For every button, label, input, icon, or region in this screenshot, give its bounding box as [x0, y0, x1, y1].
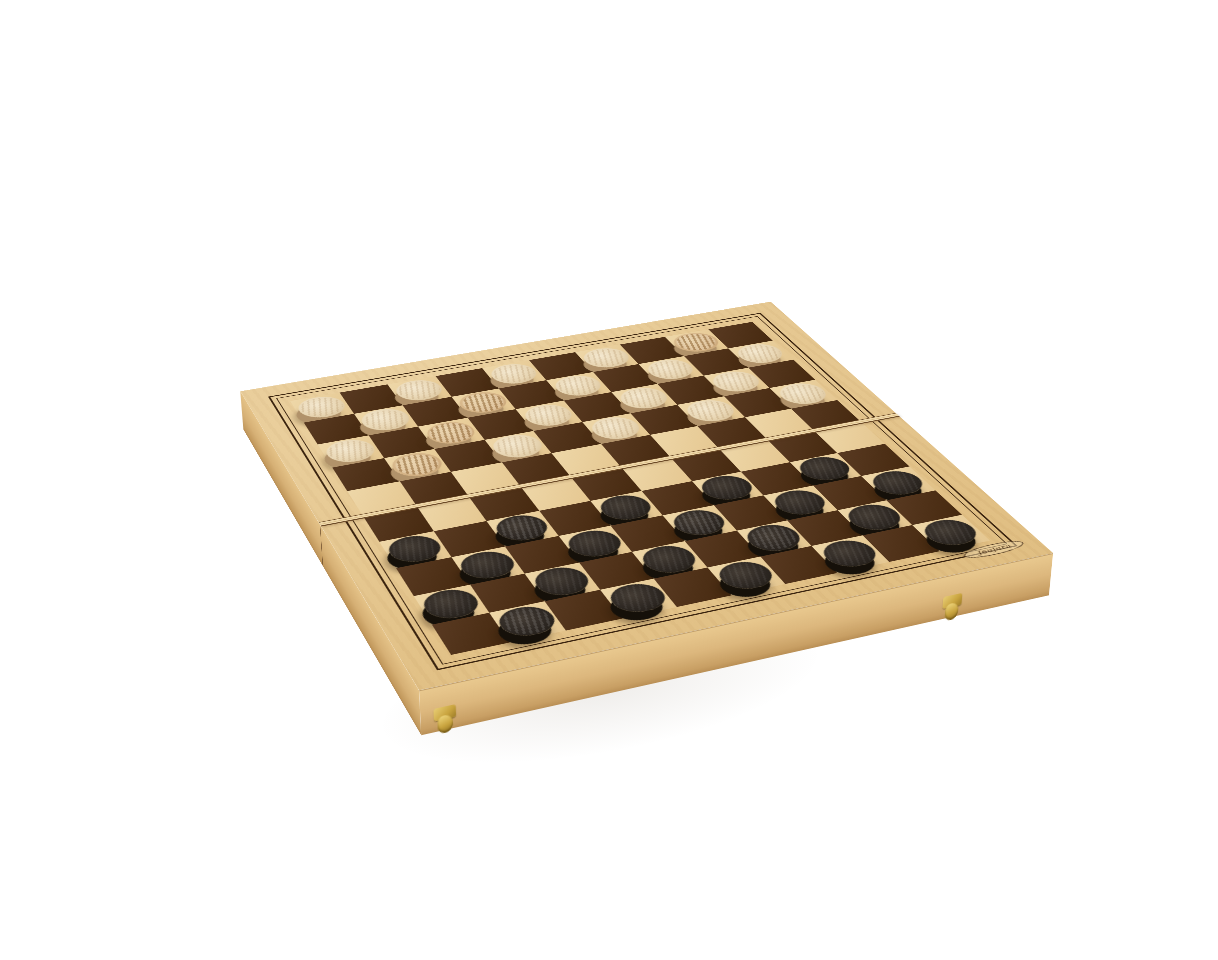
square-r9c5[interactable] — [708, 557, 785, 596]
brass-clasp-left — [430, 703, 460, 748]
square-r8c5[interactable] — [685, 531, 760, 568]
dark-checker[interactable] — [417, 586, 485, 622]
square-r7c1[interactable] — [451, 547, 525, 585]
square-r7c7[interactable] — [764, 486, 838, 521]
dark-checker[interactable] — [562, 527, 628, 560]
square-r5c4[interactable] — [571, 467, 642, 501]
product-photo-stage: Jeujura — [0, 0, 1218, 960]
square-r5c2[interactable] — [469, 486, 539, 521]
dark-checker[interactable] — [636, 542, 704, 576]
dark-checker[interactable] — [841, 501, 909, 533]
dark-checker[interactable] — [490, 512, 555, 544]
dark-checker[interactable] — [454, 548, 520, 582]
square-r9c1[interactable] — [489, 601, 566, 642]
dark-checker[interactable] — [711, 558, 780, 593]
brass-clasp-right — [938, 592, 965, 634]
square-r6c1[interactable] — [433, 521, 505, 558]
square-r7c3[interactable] — [559, 526, 633, 563]
square-r4c2[interactable] — [451, 463, 520, 496]
square-r9c4[interactable] — [654, 568, 731, 607]
square-r6c5[interactable] — [641, 481, 713, 515]
square-r7c4[interactable] — [611, 515, 685, 551]
dark-checker[interactable] — [594, 492, 659, 523]
square-r7c8[interactable] — [813, 476, 887, 510]
brand-label: Jeujura — [975, 543, 1013, 555]
square-r8c6[interactable] — [736, 520, 811, 557]
square-r8c0[interactable] — [414, 585, 489, 625]
square-r9c0[interactable] — [432, 613, 509, 655]
jeujura-stamp: Jeujura — [959, 538, 1028, 561]
dark-checker[interactable] — [528, 564, 596, 599]
dark-checker[interactable] — [603, 580, 672, 616]
dark-checker[interactable] — [492, 603, 561, 640]
square-r7c5[interactable] — [663, 505, 737, 541]
square-r8c7[interactable] — [787, 510, 862, 546]
square-r9c3[interactable] — [600, 579, 677, 619]
square-r6c2[interactable] — [487, 511, 559, 547]
checkers-box-3d: Jeujura — [240, 302, 1053, 691]
square-r7c6[interactable] — [714, 495, 788, 530]
square-r9c6[interactable] — [760, 546, 837, 584]
square-r8c2[interactable] — [525, 562, 600, 601]
square-r6c0[interactable] — [379, 531, 451, 568]
dark-checker[interactable] — [666, 507, 732, 539]
square-r8c9[interactable] — [887, 490, 962, 525]
dark-checker[interactable] — [865, 468, 931, 498]
square-r9c7[interactable] — [812, 536, 889, 573]
square-r5c3[interactable] — [520, 476, 590, 510]
square-r6c3[interactable] — [539, 501, 611, 536]
square-r8c4[interactable] — [632, 541, 707, 579]
square-r7c2[interactable] — [505, 536, 579, 573]
square-r9c9[interactable] — [913, 515, 990, 551]
dark-checker[interactable] — [695, 473, 760, 503]
square-r6c7[interactable] — [741, 462, 813, 495]
square-r5c0[interactable] — [363, 506, 433, 542]
clasp-hook-icon — [438, 714, 454, 735]
dark-checker[interactable] — [815, 537, 884, 571]
dark-checker[interactable] — [767, 487, 833, 518]
square-r6c6[interactable] — [692, 471, 764, 505]
square-r6c4[interactable] — [591, 491, 663, 526]
square-r4c1[interactable] — [400, 472, 469, 506]
square-r8c3[interactable] — [579, 552, 654, 590]
square-r8c1[interactable] — [470, 573, 545, 613]
square-r9c2[interactable] — [545, 590, 622, 631]
dark-checker[interactable] — [916, 516, 985, 549]
dark-checker[interactable] — [382, 532, 447, 565]
square-r5c1[interactable] — [416, 496, 486, 531]
square-r7c9[interactable] — [862, 467, 936, 501]
square-r4c0[interactable] — [347, 482, 416, 516]
dark-checker[interactable] — [740, 522, 808, 555]
square-r7c0[interactable] — [396, 557, 470, 596]
square-r9c8[interactable] — [863, 525, 940, 562]
square-r8c8[interactable] — [837, 500, 912, 535]
